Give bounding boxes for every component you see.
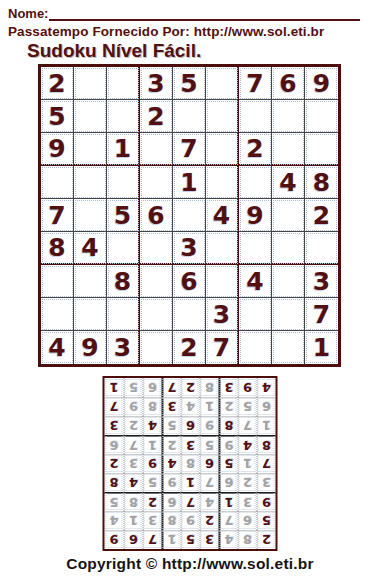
solution-cell-r4c9: 8	[105, 473, 124, 492]
puzzle-cell-r6c7[interactable]	[239, 232, 272, 265]
puzzle-cell-r3c4[interactable]	[140, 133, 173, 166]
solution-cell-r5c5: 8	[181, 454, 200, 473]
solution-cell-r6c2: 4	[238, 435, 257, 454]
puzzle-cell-r8c4[interactable]	[140, 298, 173, 331]
solution-cell-r4c8: 4	[124, 473, 143, 492]
puzzle-given-r1c8: 6	[272, 67, 305, 100]
puzzle-cell-r6c8[interactable]	[272, 232, 305, 265]
puzzle-given-r8c6: 3	[206, 298, 239, 331]
puzzle-cell-r4c2[interactable]	[74, 166, 107, 199]
solution-cell-r8c7: 8	[143, 397, 162, 416]
puzzle-given-r8c9: 7	[305, 298, 338, 331]
solution-cell-r7c5: 6	[181, 416, 200, 435]
puzzle-cell-r2c2[interactable]	[74, 100, 107, 133]
solution-cell-r6c1: 8	[257, 435, 276, 454]
solution-cell-r1c7: 7	[143, 530, 162, 549]
solution-cell-r5c6: 4	[162, 454, 181, 473]
puzzle-cell-r2c5[interactable]	[173, 100, 206, 133]
solution-cell-r3c2: 3	[238, 492, 257, 511]
puzzle-given-r5c7: 9	[239, 199, 272, 232]
solution-cell-r9c1: 4	[257, 378, 276, 397]
puzzle-cell-r8c3[interactable]	[107, 298, 140, 331]
solution-cell-r3c1: 9	[257, 492, 276, 511]
solution-cell-r6c5: 3	[181, 435, 200, 454]
solution-cell-r1c6: 1	[162, 530, 181, 549]
puzzle-given-r7c7: 4	[239, 265, 272, 298]
provided-by-text: Passatempo Fornecido Por: http://www.sol…	[8, 24, 324, 39]
name-blank-line	[49, 6, 360, 21]
solution-cell-r8c3: 2	[219, 397, 238, 416]
puzzle-given-r9c5: 2	[173, 331, 206, 364]
solution-cell-r5c4: 6	[200, 454, 219, 473]
puzzle-given-r1c9: 9	[305, 67, 338, 100]
solution-cell-r6c8: 7	[124, 435, 143, 454]
solution-cell-r9c7: 6	[143, 378, 162, 397]
puzzle-given-r5c3: 5	[107, 199, 140, 232]
solution-cell-r7c3: 8	[219, 416, 238, 435]
puzzle-cell-r3c9[interactable]	[305, 133, 338, 166]
solution-cell-r8c5: 4	[181, 397, 200, 416]
puzzle-given-r3c1: 9	[41, 133, 74, 166]
puzzle-cell-r4c3[interactable]	[107, 166, 140, 199]
solution-cell-r7c6: 5	[162, 416, 181, 435]
puzzle-cell-r1c2[interactable]	[74, 67, 107, 100]
puzzle-given-r9c3: 3	[107, 331, 140, 364]
solution-cell-r4c5: 1	[181, 473, 200, 492]
solution-cell-r2c2: 6	[238, 511, 257, 530]
puzzle-given-r1c5: 5	[173, 67, 206, 100]
puzzle-given-r6c2: 4	[74, 232, 107, 265]
solution-cell-r9c5: 2	[181, 378, 200, 397]
puzzle-given-r7c5: 6	[173, 265, 206, 298]
solution-cell-r5c1: 7	[257, 454, 276, 473]
puzzle-given-r3c3: 1	[107, 133, 140, 166]
solution-cell-r9c6: 7	[162, 378, 181, 397]
puzzle-given-r3c7: 2	[239, 133, 272, 166]
puzzle-cell-r7c1[interactable]	[41, 265, 74, 298]
solution-cell-r3c4: 4	[200, 492, 219, 511]
puzzle-cell-r7c6[interactable]	[206, 265, 239, 298]
solution-cell-r8c1: 6	[257, 397, 276, 416]
puzzle-cell-r8c7[interactable]	[239, 298, 272, 331]
name-label: Nome:	[8, 6, 48, 21]
puzzle-given-r5c4: 6	[140, 199, 173, 232]
solution-cell-r1c4: 3	[200, 530, 219, 549]
solution-cell-r6c7: 1	[143, 435, 162, 454]
puzzle-given-r9c1: 4	[41, 331, 74, 364]
solution-grid-wrapper: 2843517695672983149314762853267195487156…	[103, 376, 278, 551]
solution-cell-r1c1: 2	[257, 530, 276, 549]
solution-cell-r7c8: 2	[124, 416, 143, 435]
puzzle-cell-r2c9[interactable]	[305, 100, 338, 133]
solution-cell-r7c7: 4	[143, 416, 162, 435]
solution-cell-r3c8: 8	[124, 492, 143, 511]
puzzle-given-r7c9: 3	[305, 265, 338, 298]
puzzle-cell-r6c6[interactable]	[206, 232, 239, 265]
puzzle-cell-r3c6[interactable]	[206, 133, 239, 166]
puzzle-cell-r1c6[interactable]	[206, 67, 239, 100]
puzzle-cell-r9c7[interactable]	[239, 331, 272, 364]
puzzle-cell-r6c9[interactable]	[305, 232, 338, 265]
solution-cell-r8c6: 3	[162, 397, 181, 416]
puzzle-given-r1c7: 7	[239, 67, 272, 100]
puzzle-cell-r2c8[interactable]	[272, 100, 305, 133]
solution-cell-r2c4: 2	[200, 511, 219, 530]
puzzle-cell-r5c8[interactable]	[272, 199, 305, 232]
solution-cell-r9c8: 5	[124, 378, 143, 397]
puzzle-cell-r7c2[interactable]	[74, 265, 107, 298]
puzzle-given-r1c4: 3	[140, 67, 173, 100]
solution-cell-r7c9: 3	[105, 416, 124, 435]
puzzle-given-r4c8: 4	[272, 166, 305, 199]
copyright-text: Copyright © http://www.sol.eti.br	[0, 555, 380, 573]
solution-cell-r4c2: 2	[238, 473, 257, 492]
solution-grid: 2843517695672983149314762853267195487156…	[103, 376, 278, 551]
puzzle-given-r9c6: 7	[206, 331, 239, 364]
puzzle-cell-r9c8[interactable]	[272, 331, 305, 364]
puzzle-given-r6c5: 3	[173, 232, 206, 265]
puzzle-cell-r5c5[interactable]	[173, 199, 206, 232]
puzzle-cell-r5c2[interactable]	[74, 199, 107, 232]
puzzle-cell-r8c2[interactable]	[74, 298, 107, 331]
solution-cell-r8c8: 9	[124, 397, 143, 416]
puzzle-given-r3c5: 7	[173, 133, 206, 166]
solution-cell-r2c1: 5	[257, 511, 276, 530]
solution-cell-r2c5: 9	[181, 511, 200, 530]
solution-cell-r2c6: 8	[162, 511, 181, 530]
solution-cell-r1c5: 5	[181, 530, 200, 549]
puzzle-cell-r8c1[interactable]	[41, 298, 74, 331]
solution-cell-r4c3: 6	[219, 473, 238, 492]
solution-cell-r2c9: 4	[105, 511, 124, 530]
solution-cell-r9c9: 1	[105, 378, 124, 397]
solution-cell-r5c8: 3	[124, 454, 143, 473]
puzzle-given-r5c9: 2	[305, 199, 338, 232]
solution-cell-r5c2: 1	[238, 454, 257, 473]
solution-cell-r9c4: 8	[200, 378, 219, 397]
puzzle-given-r5c6: 4	[206, 199, 239, 232]
puzzle-cell-r6c3[interactable]	[107, 232, 140, 265]
puzzle-cell-r8c8[interactable]	[272, 298, 305, 331]
solution-cell-r8c4: 1	[200, 397, 219, 416]
solution-cell-r4c6: 9	[162, 473, 181, 492]
puzzle-cell-r4c7[interactable]	[239, 166, 272, 199]
solution-cell-r8c9: 7	[105, 397, 124, 416]
puzzle-cell-r7c4[interactable]	[140, 265, 173, 298]
puzzle-cell-r8c5[interactable]	[173, 298, 206, 331]
solution-cell-r5c9: 2	[105, 454, 124, 473]
solution-cell-r2c8: 1	[124, 511, 143, 530]
solution-cell-r6c3: 9	[219, 435, 238, 454]
solution-cell-r6c9: 6	[105, 435, 124, 454]
solution-cell-r3c9: 5	[105, 492, 124, 511]
puzzle-given-r5c1: 7	[41, 199, 74, 232]
puzzle-given-r4c5: 1	[173, 166, 206, 199]
puzzle-given-r9c2: 9	[74, 331, 107, 364]
solution-cell-r8c2: 5	[238, 397, 257, 416]
puzzle-cell-r3c8[interactable]	[272, 133, 305, 166]
solution-cell-r7c2: 7	[238, 416, 257, 435]
solution-cell-r9c3: 3	[219, 378, 238, 397]
solution-cell-r2c3: 7	[219, 511, 238, 530]
puzzle-cell-r6c4[interactable]	[140, 232, 173, 265]
solution-cell-r4c4: 7	[200, 473, 219, 492]
puzzle-grid: 235769529172148756492843864337493271	[38, 64, 341, 367]
solution-cell-r3c7: 2	[143, 492, 162, 511]
puzzle-given-r7c3: 8	[107, 265, 140, 298]
puzzle-given-r4c9: 8	[305, 166, 338, 199]
solution-cell-r3c3: 1	[219, 492, 238, 511]
solution-cell-r1c8: 6	[124, 530, 143, 549]
solution-cell-r1c3: 4	[219, 530, 238, 549]
puzzle-given-r6c1: 8	[41, 232, 74, 265]
solution-cell-r7c1: 1	[257, 416, 276, 435]
puzzle-cell-r3c2[interactable]	[74, 133, 107, 166]
puzzle-cell-r7c8[interactable]	[272, 265, 305, 298]
solution-cell-r6c4: 5	[200, 435, 219, 454]
solution-cell-r3c6: 6	[162, 492, 181, 511]
puzzle-given-r1c1: 2	[41, 67, 74, 100]
solution-cell-r5c7: 9	[143, 454, 162, 473]
solution-cell-r6c6: 2	[162, 435, 181, 454]
puzzle-given-r2c4: 2	[140, 100, 173, 133]
solution-cell-r3c5: 7	[181, 492, 200, 511]
page-title: Sudoku Nível Fácil.	[27, 40, 201, 62]
solution-cell-r7c4: 9	[200, 416, 219, 435]
puzzle-cell-r4c4[interactable]	[140, 166, 173, 199]
puzzle-cell-r2c7[interactable]	[239, 100, 272, 133]
solution-cell-r5c3: 5	[219, 454, 238, 473]
solution-cell-r4c1: 3	[257, 473, 276, 492]
puzzle-given-r9c9: 1	[305, 331, 338, 364]
solution-cell-r2c7: 3	[143, 511, 162, 530]
solution-cell-r1c2: 8	[238, 530, 257, 549]
puzzle-cell-r9c4[interactable]	[140, 331, 173, 364]
puzzle-cell-r4c6[interactable]	[206, 166, 239, 199]
puzzle-cell-r2c6[interactable]	[206, 100, 239, 133]
puzzle-given-r2c1: 5	[41, 100, 74, 133]
puzzle-cell-r2c3[interactable]	[107, 100, 140, 133]
name-field-row: Nome:	[8, 6, 360, 21]
solution-cell-r4c7: 5	[143, 473, 162, 492]
solution-cell-r1c9: 9	[105, 530, 124, 549]
solution-cell-r9c2: 9	[238, 378, 257, 397]
puzzle-cell-r1c3[interactable]	[107, 67, 140, 100]
puzzle-cell-r4c1[interactable]	[41, 166, 74, 199]
